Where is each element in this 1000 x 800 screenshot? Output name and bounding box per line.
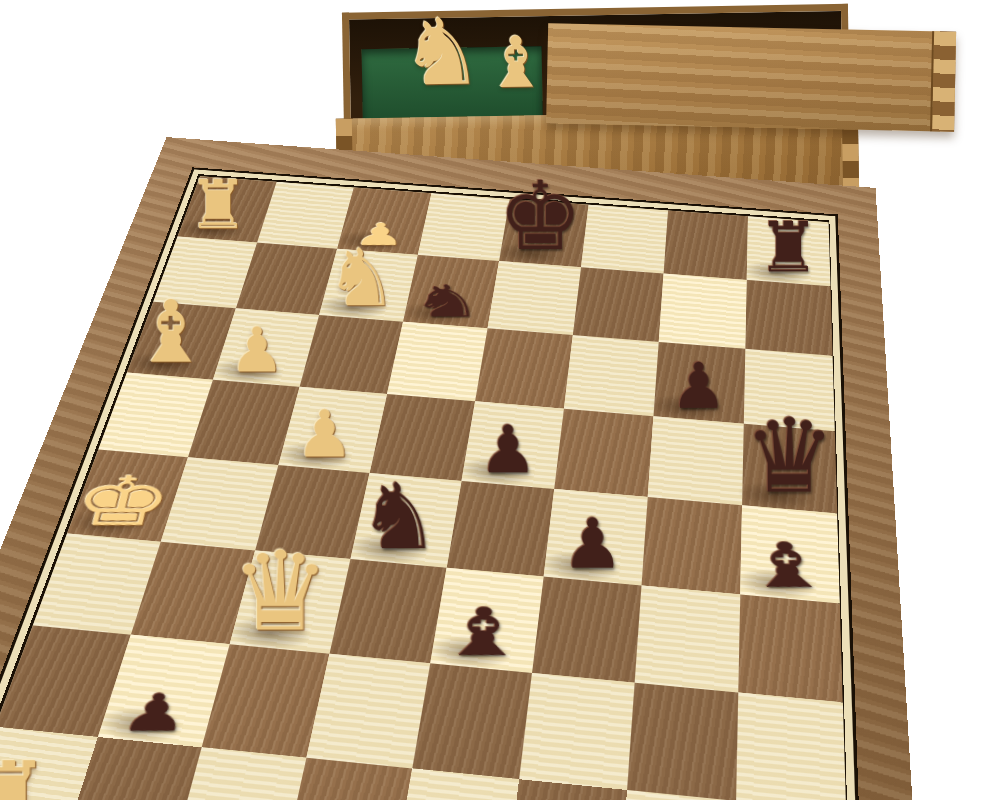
square-h5[interactable]: ♛	[742, 424, 837, 514]
white-queen-c3[interactable]: ♛	[231, 540, 330, 645]
square-a4[interactable]: ♚	[67, 449, 188, 541]
black-bishop-e3[interactable]: ♝	[437, 601, 529, 664]
square-g3[interactable]	[635, 585, 741, 692]
square-e1[interactable]: ♟	[392, 768, 519, 800]
square-e7[interactable]	[488, 261, 581, 335]
white-rook-a1[interactable]: ♜	[0, 752, 50, 800]
square-e4[interactable]	[447, 481, 555, 577]
square-d2[interactable]	[306, 654, 430, 769]
chessboard: ♜♟♚♜♞♞♝♟♟♟♟♛♚♞♟♝♛♝♟♜♟♜	[0, 137, 926, 800]
square-h2[interactable]	[736, 693, 846, 800]
square-f7[interactable]	[573, 267, 664, 342]
square-e8[interactable]: ♚	[499, 199, 588, 267]
square-g5[interactable]	[648, 416, 744, 505]
square-e6[interactable]	[475, 328, 573, 408]
white-bishop-a6[interactable]: ♝	[132, 291, 209, 373]
square-a2[interactable]	[0, 625, 131, 737]
square-d4[interactable]: ♞	[350, 473, 461, 568]
square-h7[interactable]	[745, 280, 832, 356]
square-a5[interactable]	[98, 373, 213, 458]
square-g4[interactable]	[642, 497, 743, 594]
square-g8[interactable]	[664, 210, 748, 279]
square-c6[interactable]	[300, 315, 403, 394]
square-g2[interactable]	[627, 683, 738, 800]
square-h3[interactable]	[738, 594, 843, 702]
square-f5[interactable]	[554, 409, 653, 497]
square-g6[interactable]: ♟	[653, 342, 745, 424]
square-e5[interactable]: ♟	[461, 401, 563, 489]
square-d1[interactable]	[281, 758, 412, 800]
board-perspective-scene: ♜♟♚♜♞♞♝♟♟♟♟♛♚♞♟♝♛♝♟♜♟♜	[0, 0, 1000, 800]
white-rook-a8[interactable]: ♜	[188, 173, 248, 237]
square-f8[interactable]	[581, 205, 668, 274]
black-pawn-e5[interactable]: ♟	[479, 419, 538, 481]
black-knight-d7[interactable]: ♞	[410, 280, 484, 322]
square-f2[interactable]	[519, 673, 635, 790]
square-e3[interactable]: ♝	[430, 568, 543, 673]
black-knight-d4[interactable]: ♞	[358, 473, 440, 559]
product-photo-scene: ♞ ♝ ♜♟♚♜♞♞♝♟♟♟♟♛♚♞♟♝♛♝♟♜♟♜	[0, 0, 1000, 800]
square-c5[interactable]: ♟	[278, 387, 387, 473]
black-queen-h5[interactable]: ♛	[744, 408, 836, 505]
square-d6[interactable]	[387, 322, 488, 402]
board-grid: ♜♟♚♜♞♞♝♟♟♟♟♛♚♞♟♝♛♝♟♜♟♜	[0, 174, 851, 800]
black-rook-h8[interactable]: ♜	[758, 215, 820, 281]
square-d7[interactable]: ♞	[403, 255, 499, 328]
black-bishop-h4[interactable]: ♝	[742, 536, 834, 595]
white-king-a4[interactable]: ♚	[66, 469, 179, 534]
board-inlay-border: ♜♟♚♜♞♞♝♟♟♟♟♛♚♞♟♝♛♝♟♜♟♜	[0, 167, 864, 800]
white-pawn-b6[interactable]: ♟	[229, 321, 285, 380]
square-h8[interactable]: ♜	[747, 216, 831, 286]
square-f3[interactable]	[532, 577, 642, 683]
black-pawn-g6[interactable]: ♟	[670, 357, 727, 417]
black-pawn-f4[interactable]: ♟	[562, 512, 624, 577]
square-f6[interactable]	[564, 335, 659, 416]
white-knight-c7[interactable]: ♞	[326, 240, 397, 316]
square-b6[interactable]: ♟	[213, 308, 319, 386]
white-pawn-c5[interactable]: ♟	[296, 404, 354, 466]
square-e2[interactable]	[412, 663, 532, 779]
square-h4[interactable]: ♝	[740, 505, 840, 603]
black-king-e8[interactable]: ♚	[498, 172, 583, 262]
square-g7[interactable]	[659, 274, 747, 349]
square-f4[interactable]: ♟	[544, 489, 648, 586]
black-pawn-b2[interactable]: ♟	[118, 689, 194, 738]
square-b7[interactable]	[236, 243, 337, 315]
